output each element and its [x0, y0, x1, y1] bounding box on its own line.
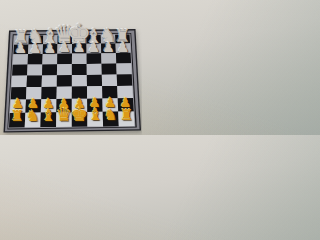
- piece-white-bishop-c1[interactable]: ♝: [41, 108, 55, 124]
- piece-black-pawn-d7[interactable]: ♟: [58, 40, 71, 54]
- pieces-layer: ♜♞♝♛♚♝♞♜♟♟♟♟♟♟♟♟♟♟♟♟♟♟♟♟♜♞♝♛♚♝♞♜: [0, 0, 142, 135]
- piece-black-pawn-c7[interactable]: ♟: [44, 41, 57, 55]
- piece-black-pawn-a7[interactable]: ♟: [15, 41, 28, 55]
- piece-white-rook-a1[interactable]: ♜: [10, 109, 23, 124]
- piece-white-knight-g1[interactable]: ♞: [104, 108, 117, 123]
- piece-white-rook-h1[interactable]: ♜: [120, 108, 133, 123]
- piece-black-pawn-e7[interactable]: ♟: [73, 40, 86, 54]
- piece-white-bishop-f1[interactable]: ♝: [88, 107, 102, 123]
- piece-black-pawn-g7[interactable]: ♟: [102, 40, 115, 54]
- piece-black-pawn-h7[interactable]: ♟: [117, 40, 130, 54]
- piece-white-king-e1[interactable]: ♚: [71, 105, 88, 124]
- piece-black-pawn-f7[interactable]: ♟: [88, 40, 101, 54]
- piece-white-knight-b1[interactable]: ♞: [26, 109, 39, 124]
- piece-white-queen-d1[interactable]: ♛: [56, 106, 72, 124]
- photo-scene: ♜♞♝♛♚♝♞♜♟♟♟♟♟♟♟♟♟♟♟♟♟♟♟♟♜♞♝♛♚♝♞♜: [0, 0, 142, 135]
- piece-black-pawn-b7[interactable]: ♟: [29, 41, 42, 55]
